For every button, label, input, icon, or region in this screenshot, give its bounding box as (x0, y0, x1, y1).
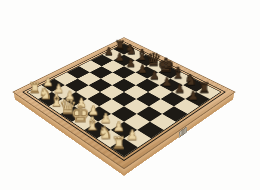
piece-white-rook: ♜ (26, 81, 43, 95)
chess-board-box: ♜♞♝♛♚♝♞♜♟♟♟♟♟♟♟♟♟♟♟♟♟♟♟♟♜♞♝♛♚♝♞♜ (12, 37, 235, 169)
square-a1: ♜ (28, 85, 52, 99)
board-3d-wrapper: ♜♞♝♛♚♝♞♜♟♟♟♟♟♟♟♟♟♟♟♟♟♟♟♟♜♞♝♛♚♝♞♜ (12, 37, 235, 169)
product-image[interactable]: ♜♞♝♛♚♝♞♜♟♟♟♟♟♟♟♟♟♟♟♟♟♟♟♟♜♞♝♛♚♝♞♜ (0, 0, 260, 190)
